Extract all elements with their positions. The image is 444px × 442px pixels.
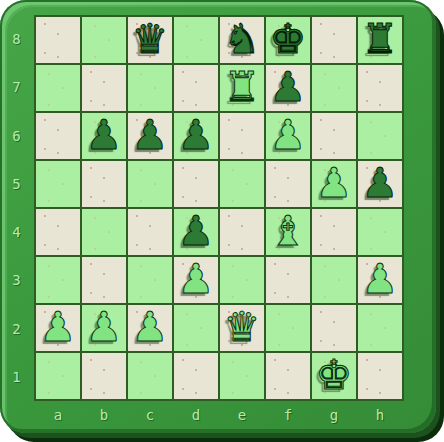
square-g5[interactable]: ♟: [312, 161, 356, 207]
black-pawn-h5[interactable]: ♟: [362, 160, 399, 206]
square-f8[interactable]: ♚: [266, 17, 310, 63]
rank-label-6: 6: [0, 112, 33, 160]
square-g8[interactable]: [312, 17, 356, 63]
square-e3[interactable]: [220, 257, 264, 303]
square-d1[interactable]: [174, 353, 218, 399]
black-king-f8[interactable]: ♚: [270, 16, 307, 62]
square-b8[interactable]: [82, 17, 126, 63]
square-d3[interactable]: ♟: [174, 257, 218, 303]
square-h6[interactable]: [358, 113, 402, 159]
file-label-g: g: [312, 401, 356, 429]
file-label-b: b: [82, 401, 126, 429]
square-h7[interactable]: [358, 65, 402, 111]
square-b4[interactable]: [82, 209, 126, 255]
white-pawn-f6[interactable]: ♟: [270, 112, 307, 158]
square-b3[interactable]: [82, 257, 126, 303]
file-labels: abcdefgh: [34, 401, 404, 429]
square-a5[interactable]: [36, 161, 80, 207]
white-pawn-h3[interactable]: ♟: [362, 256, 399, 302]
square-b7[interactable]: [82, 65, 126, 111]
square-c4[interactable]: [128, 209, 172, 255]
square-h4[interactable]: [358, 209, 402, 255]
square-d4[interactable]: ♟: [174, 209, 218, 255]
black-pawn-b6[interactable]: ♟: [86, 112, 123, 158]
chess-board: ♛♞♚♜♜♟♟♟♟♟♟♟♟♝♟♟♟♟♟♛♚: [34, 15, 404, 401]
square-g2[interactable]: [312, 305, 356, 351]
chess-board-frame: 87654321 ♛♞♚♜♜♟♟♟♟♟♟♟♟♝♟♟♟♟♟♛♚ abcdefgh: [0, 0, 436, 433]
square-d8[interactable]: [174, 17, 218, 63]
square-e1[interactable]: [220, 353, 264, 399]
rank-label-1: 1: [0, 353, 33, 401]
square-c7[interactable]: [128, 65, 172, 111]
black-rook-h8[interactable]: ♜: [362, 16, 399, 62]
square-a1[interactable]: [36, 353, 80, 399]
white-rook-e7[interactable]: ♜: [224, 64, 261, 110]
square-h8[interactable]: ♜: [358, 17, 402, 63]
square-g3[interactable]: [312, 257, 356, 303]
square-c8[interactable]: ♛: [128, 17, 172, 63]
white-queen-e2[interactable]: ♛: [224, 304, 261, 350]
rank-label-2: 2: [0, 305, 33, 353]
square-f6[interactable]: ♟: [266, 113, 310, 159]
square-a4[interactable]: [36, 209, 80, 255]
square-d7[interactable]: [174, 65, 218, 111]
square-d2[interactable]: [174, 305, 218, 351]
square-h1[interactable]: [358, 353, 402, 399]
square-a8[interactable]: [36, 17, 80, 63]
file-label-d: d: [174, 401, 218, 429]
white-pawn-a2[interactable]: ♟: [40, 304, 77, 350]
black-queen-c8[interactable]: ♛: [132, 16, 169, 62]
square-f4[interactable]: ♝: [266, 209, 310, 255]
square-c6[interactable]: ♟: [128, 113, 172, 159]
rank-labels: 87654321: [0, 15, 33, 401]
square-d6[interactable]: ♟: [174, 113, 218, 159]
square-h2[interactable]: [358, 305, 402, 351]
square-a7[interactable]: [36, 65, 80, 111]
square-e2[interactable]: ♛: [220, 305, 264, 351]
square-c5[interactable]: [128, 161, 172, 207]
square-e5[interactable]: [220, 161, 264, 207]
file-label-e: e: [220, 401, 264, 429]
square-f2[interactable]: [266, 305, 310, 351]
rank-label-8: 8: [0, 15, 33, 63]
white-pawn-g5[interactable]: ♟: [316, 160, 353, 206]
rank-label-3: 3: [0, 256, 33, 304]
black-pawn-d4[interactable]: ♟: [178, 208, 215, 254]
rank-label-7: 7: [0, 63, 33, 111]
black-pawn-f7[interactable]: ♟: [270, 64, 307, 110]
square-a6[interactable]: [36, 113, 80, 159]
rank-label-4: 4: [0, 208, 33, 256]
square-f3[interactable]: [266, 257, 310, 303]
square-e6[interactable]: [220, 113, 264, 159]
square-a2[interactable]: ♟: [36, 305, 80, 351]
white-bishop-f4[interactable]: ♝: [270, 208, 307, 254]
chess-app-window: 87654321 ♛♞♚♜♜♟♟♟♟♟♟♟♟♝♟♟♟♟♟♛♚ abcdefgh: [0, 0, 444, 442]
black-pawn-d6[interactable]: ♟: [178, 112, 215, 158]
square-f7[interactable]: ♟: [266, 65, 310, 111]
white-king-g1[interactable]: ♚: [316, 352, 353, 398]
square-c2[interactable]: ♟: [128, 305, 172, 351]
white-pawn-b2[interactable]: ♟: [86, 304, 123, 350]
black-knight-e8[interactable]: ♞: [224, 16, 261, 62]
file-label-a: a: [36, 401, 80, 429]
square-b1[interactable]: [82, 353, 126, 399]
white-pawn-c2[interactable]: ♟: [132, 304, 169, 350]
square-f1[interactable]: [266, 353, 310, 399]
square-a3[interactable]: [36, 257, 80, 303]
square-e8[interactable]: ♞: [220, 17, 264, 63]
file-label-f: f: [266, 401, 310, 429]
rank-label-5: 5: [0, 160, 33, 208]
square-g4[interactable]: [312, 209, 356, 255]
square-g1[interactable]: ♚: [312, 353, 356, 399]
square-g6[interactable]: [312, 113, 356, 159]
white-pawn-d3[interactable]: ♟: [178, 256, 215, 302]
square-g7[interactable]: [312, 65, 356, 111]
square-h5[interactable]: ♟: [358, 161, 402, 207]
square-f5[interactable]: [266, 161, 310, 207]
file-label-h: h: [358, 401, 402, 429]
square-b6[interactable]: ♟: [82, 113, 126, 159]
square-e7[interactable]: ♜: [220, 65, 264, 111]
black-pawn-c6[interactable]: ♟: [132, 112, 169, 158]
square-d5[interactable]: [174, 161, 218, 207]
square-h3[interactable]: ♟: [358, 257, 402, 303]
square-b2[interactable]: ♟: [82, 305, 126, 351]
square-c3[interactable]: [128, 257, 172, 303]
square-c1[interactable]: [128, 353, 172, 399]
file-label-c: c: [128, 401, 172, 429]
square-e4[interactable]: [220, 209, 264, 255]
square-b5[interactable]: [82, 161, 126, 207]
